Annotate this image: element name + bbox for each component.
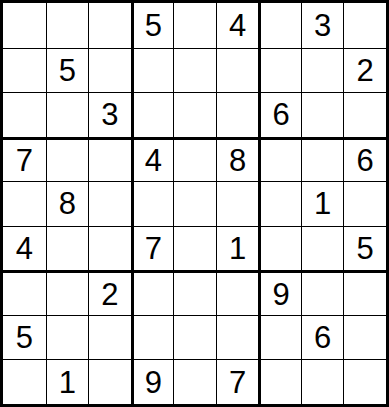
cell-r2c8[interactable] xyxy=(301,48,344,93)
cell-r6c5[interactable] xyxy=(173,226,216,271)
cell-r7c2[interactable] xyxy=(46,270,89,315)
cell-r5c1[interactable] xyxy=(3,181,46,226)
cell-r2c1[interactable] xyxy=(3,48,46,93)
cell-r1c4[interactable]: 5 xyxy=(131,3,174,48)
given-digit: 6 xyxy=(314,322,331,353)
cell-r9c7[interactable] xyxy=(258,359,301,404)
cell-r2c3[interactable] xyxy=(88,48,131,93)
cell-r6c4[interactable]: 7 xyxy=(131,226,174,271)
given-digit: 7 xyxy=(229,367,246,398)
sudoku-board: 543523674868147152956197 xyxy=(0,0,389,407)
cell-r7c6[interactable] xyxy=(216,270,259,315)
cell-r5c7[interactable] xyxy=(258,181,301,226)
cell-r3c8[interactable] xyxy=(301,92,344,137)
cell-r1c2[interactable] xyxy=(46,3,89,48)
cell-r8c5[interactable] xyxy=(173,315,216,360)
cell-r3c7[interactable]: 6 xyxy=(258,92,301,137)
cell-r5c8[interactable]: 1 xyxy=(301,181,344,226)
given-digit: 2 xyxy=(101,279,118,310)
cell-r5c5[interactable] xyxy=(173,181,216,226)
cell-r4c3[interactable] xyxy=(88,137,131,182)
cell-r8c8[interactable]: 6 xyxy=(301,315,344,360)
cell-r3c4[interactable] xyxy=(131,92,174,137)
cell-r3c2[interactable] xyxy=(46,92,89,137)
given-digit: 3 xyxy=(314,10,331,41)
cell-r1c6[interactable]: 4 xyxy=(216,3,259,48)
cell-r9c1[interactable] xyxy=(3,359,46,404)
cell-r1c1[interactable] xyxy=(3,3,46,48)
cell-r6c2[interactable] xyxy=(46,226,89,271)
given-digit: 1 xyxy=(314,188,331,219)
cell-r3c6[interactable] xyxy=(216,92,259,137)
cell-r2c6[interactable] xyxy=(216,48,259,93)
cell-r8c1[interactable]: 5 xyxy=(3,315,46,360)
given-digit: 5 xyxy=(59,55,76,86)
cell-r7c1[interactable] xyxy=(3,270,46,315)
cell-r3c9[interactable] xyxy=(343,92,386,137)
cell-r4c7[interactable] xyxy=(258,137,301,182)
cell-r8c2[interactable] xyxy=(46,315,89,360)
cell-r4c9[interactable]: 6 xyxy=(343,137,386,182)
cell-r9c3[interactable] xyxy=(88,359,131,404)
cell-r9c4[interactable]: 9 xyxy=(131,359,174,404)
cell-r4c2[interactable] xyxy=(46,137,89,182)
given-digit: 1 xyxy=(229,233,246,264)
cell-r9c9[interactable] xyxy=(343,359,386,404)
cell-r7c8[interactable] xyxy=(301,270,344,315)
cell-r9c6[interactable]: 7 xyxy=(216,359,259,404)
cell-r9c5[interactable] xyxy=(173,359,216,404)
given-digit: 5 xyxy=(357,233,374,264)
given-digit: 4 xyxy=(145,145,162,176)
cell-r1c5[interactable] xyxy=(173,3,216,48)
given-digit: 9 xyxy=(145,367,162,398)
cell-r9c2[interactable]: 1 xyxy=(46,359,89,404)
given-digit: 5 xyxy=(16,322,33,353)
cell-r2c2[interactable]: 5 xyxy=(46,48,89,93)
cell-r6c1[interactable]: 4 xyxy=(3,226,46,271)
cell-r8c7[interactable] xyxy=(258,315,301,360)
cell-r5c9[interactable] xyxy=(343,181,386,226)
cell-r4c6[interactable]: 8 xyxy=(216,137,259,182)
cell-r4c1[interactable]: 7 xyxy=(3,137,46,182)
cell-r6c6[interactable]: 1 xyxy=(216,226,259,271)
cell-r7c4[interactable] xyxy=(131,270,174,315)
cell-r4c8[interactable] xyxy=(301,137,344,182)
cell-r1c7[interactable] xyxy=(258,3,301,48)
given-digit: 6 xyxy=(357,145,374,176)
cell-r3c5[interactable] xyxy=(173,92,216,137)
cell-r1c9[interactable] xyxy=(343,3,386,48)
cell-r6c8[interactable] xyxy=(301,226,344,271)
cell-r2c4[interactable] xyxy=(131,48,174,93)
cell-r7c3[interactable]: 2 xyxy=(88,270,131,315)
cell-r8c3[interactable] xyxy=(88,315,131,360)
cell-r4c4[interactable]: 4 xyxy=(131,137,174,182)
cell-r2c7[interactable] xyxy=(258,48,301,93)
cell-r5c4[interactable] xyxy=(131,181,174,226)
given-digit: 1 xyxy=(59,367,76,398)
given-digit: 6 xyxy=(272,99,289,130)
cell-r8c6[interactable] xyxy=(216,315,259,360)
given-digit: 9 xyxy=(272,279,289,310)
cell-r3c3[interactable]: 3 xyxy=(88,92,131,137)
cell-r9c8[interactable] xyxy=(301,359,344,404)
cell-r2c9[interactable]: 2 xyxy=(343,48,386,93)
given-digit: 8 xyxy=(229,145,246,176)
given-digit: 8 xyxy=(59,188,76,219)
given-digit: 4 xyxy=(229,10,246,41)
cell-r5c2[interactable]: 8 xyxy=(46,181,89,226)
given-digit: 3 xyxy=(101,99,118,130)
given-digit: 7 xyxy=(16,145,33,176)
cell-r6c3[interactable] xyxy=(88,226,131,271)
cell-r6c7[interactable] xyxy=(258,226,301,271)
cell-r8c4[interactable] xyxy=(131,315,174,360)
cell-r2c5[interactable] xyxy=(173,48,216,93)
cell-r5c6[interactable] xyxy=(216,181,259,226)
given-digit: 2 xyxy=(357,55,374,86)
cell-r5c3[interactable] xyxy=(88,181,131,226)
cell-r7c5[interactable] xyxy=(173,270,216,315)
cell-r6c9[interactable]: 5 xyxy=(343,226,386,271)
cell-r7c9[interactable] xyxy=(343,270,386,315)
cell-r1c3[interactable] xyxy=(88,3,131,48)
given-digit: 4 xyxy=(16,233,33,264)
given-digit: 5 xyxy=(145,10,162,41)
cell-r1c8[interactable]: 3 xyxy=(301,3,344,48)
cell-r8c9[interactable] xyxy=(343,315,386,360)
given-digit: 7 xyxy=(145,233,162,264)
cell-r7c7[interactable]: 9 xyxy=(258,270,301,315)
cell-r4c5[interactable] xyxy=(173,137,216,182)
cell-r3c1[interactable] xyxy=(3,92,46,137)
